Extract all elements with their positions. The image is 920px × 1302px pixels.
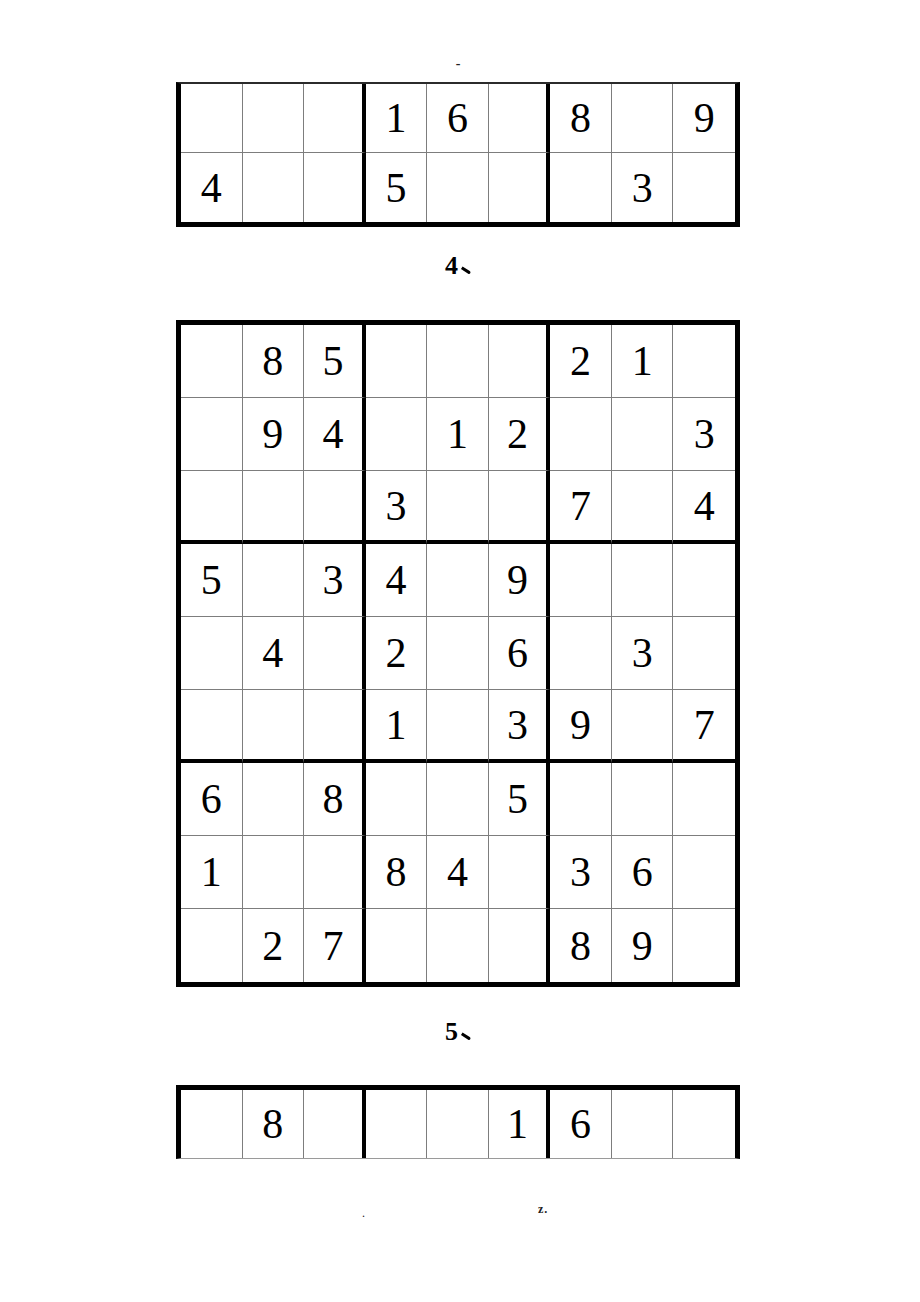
sudoku-cell-r1c8: 1 <box>612 325 674 398</box>
sudoku-cell-r8c1: 1 <box>181 836 243 909</box>
sudoku-cell-r2c7 <box>550 153 612 222</box>
sudoku-cell-r8c6 <box>489 836 551 909</box>
sudoku-cell-r1c5: 6 <box>427 84 489 153</box>
sudoku-cell-r6c9: 7 <box>673 690 735 763</box>
sudoku-cell-r3c6 <box>489 471 551 544</box>
sudoku-cell-r2c3 <box>304 153 366 222</box>
sudoku-grid-puzzle-3-fragment: 1689453 <box>176 82 740 227</box>
ideographic-comma-icon <box>460 262 471 274</box>
sudoku-cell-r7c7 <box>550 763 612 836</box>
sudoku-cell-r1c9: 9 <box>673 84 735 153</box>
sudoku-cell-r3c4: 3 <box>366 471 428 544</box>
sudoku-cell-r2c7 <box>550 398 612 471</box>
sudoku-cell-r2c4: 5 <box>366 153 428 222</box>
sudoku-cell-r7c8 <box>612 763 674 836</box>
puzzle-number-4: 4 <box>445 250 458 281</box>
sudoku-cell-r4c4: 4 <box>366 544 428 617</box>
ideographic-comma-icon <box>460 1028 471 1040</box>
sudoku-cell-r9c9 <box>673 909 735 982</box>
puzzle-label-5: 5 <box>176 1016 740 1047</box>
sudoku-cell-r1c3 <box>304 1090 366 1158</box>
footer-mark-z: z. <box>538 1202 548 1217</box>
sudoku-cell-r8c3 <box>304 836 366 909</box>
sudoku-cell-r4c7 <box>550 544 612 617</box>
cropped-label-mark: - <box>176 56 740 72</box>
puzzle-label-4: 4 <box>176 250 740 281</box>
sudoku-cell-r1c8 <box>612 1090 674 1158</box>
sudoku-cell-r5c7 <box>550 617 612 690</box>
sudoku-cell-r1c3 <box>304 84 366 153</box>
sudoku-cell-r7c1: 6 <box>181 763 243 836</box>
sudoku-cell-r9c8: 9 <box>612 909 674 982</box>
sudoku-cell-r2c5: 1 <box>427 398 489 471</box>
sudoku-cell-r2c5 <box>427 153 489 222</box>
sudoku-cell-r2c8: 3 <box>612 153 674 222</box>
sudoku-cell-r5c1 <box>181 617 243 690</box>
sudoku-cell-r8c2 <box>243 836 305 909</box>
sudoku-cell-r1c7: 2 <box>550 325 612 398</box>
sudoku-cell-r1c7: 6 <box>550 1090 612 1158</box>
sudoku-cell-r9c6 <box>489 909 551 982</box>
sudoku-cell-r2c6 <box>489 153 551 222</box>
sudoku-cell-r2c4 <box>366 398 428 471</box>
sudoku-cell-r6c3 <box>304 690 366 763</box>
sudoku-cell-r1c8 <box>612 84 674 153</box>
sudoku-cell-r7c3: 8 <box>304 763 366 836</box>
sudoku-grid-puzzle-5-fragment: 816 <box>176 1085 740 1159</box>
document-page: - 1689453 4 8521941233745349426313976851… <box>0 0 920 1302</box>
sudoku-cell-r3c5 <box>427 471 489 544</box>
puzzle-number-5: 5 <box>445 1016 458 1047</box>
sudoku-cell-r7c6: 5 <box>489 763 551 836</box>
sudoku-cell-r1c2: 8 <box>243 1090 305 1158</box>
sudoku-cell-r9c1 <box>181 909 243 982</box>
sudoku-cell-r3c2 <box>243 471 305 544</box>
sudoku-cell-r1c9 <box>673 1090 735 1158</box>
sudoku-cell-r6c8 <box>612 690 674 763</box>
sudoku-cell-r2c9 <box>673 153 735 222</box>
sudoku-cell-r4c6: 9 <box>489 544 551 617</box>
sudoku-cell-r8c5: 4 <box>427 836 489 909</box>
sudoku-cell-r8c9 <box>673 836 735 909</box>
sudoku-cell-r6c7: 9 <box>550 690 612 763</box>
sudoku-cell-r9c3: 7 <box>304 909 366 982</box>
sudoku-cell-r5c3 <box>304 617 366 690</box>
sudoku-cell-r2c2 <box>243 153 305 222</box>
sudoku-cell-r3c3 <box>304 471 366 544</box>
sudoku-cell-r5c9 <box>673 617 735 690</box>
sudoku-cell-r5c5 <box>427 617 489 690</box>
sudoku-cell-r1c6 <box>489 84 551 153</box>
sudoku-cell-r1c1 <box>181 325 243 398</box>
sudoku-cell-r1c4: 1 <box>366 84 428 153</box>
sudoku-cell-r1c1 <box>181 1090 243 1158</box>
sudoku-cell-r5c6: 6 <box>489 617 551 690</box>
sudoku-cell-r1c3: 5 <box>304 325 366 398</box>
sudoku-cell-r9c5 <box>427 909 489 982</box>
sudoku-cell-r1c2: 8 <box>243 325 305 398</box>
sudoku-cell-r1c9 <box>673 325 735 398</box>
sudoku-cell-r1c4 <box>366 325 428 398</box>
sudoku-cell-r8c7: 3 <box>550 836 612 909</box>
sudoku-cell-r4c8 <box>612 544 674 617</box>
sudoku-cell-r3c8 <box>612 471 674 544</box>
sudoku-cell-r9c7: 8 <box>550 909 612 982</box>
sudoku-cell-r7c5 <box>427 763 489 836</box>
sudoku-cell-r6c5 <box>427 690 489 763</box>
sudoku-cell-r6c1 <box>181 690 243 763</box>
sudoku-cell-r2c3: 4 <box>304 398 366 471</box>
sudoku-cell-r1c7: 8 <box>550 84 612 153</box>
sudoku-cell-r1c4 <box>366 1090 428 1158</box>
sudoku-cell-r4c1: 5 <box>181 544 243 617</box>
sudoku-cell-r8c8: 6 <box>612 836 674 909</box>
sudoku-cell-r1c1 <box>181 84 243 153</box>
sudoku-cell-r1c2 <box>243 84 305 153</box>
footer-mark-dot: . <box>362 1206 365 1221</box>
sudoku-cell-r4c3: 3 <box>304 544 366 617</box>
sudoku-cell-r9c4 <box>366 909 428 982</box>
sudoku-cell-r5c2: 4 <box>243 617 305 690</box>
sudoku-cell-r1c6 <box>489 325 551 398</box>
sudoku-cell-r4c9 <box>673 544 735 617</box>
sudoku-cell-r2c2: 9 <box>243 398 305 471</box>
sudoku-cell-r1c5 <box>427 325 489 398</box>
sudoku-cell-r2c1: 4 <box>181 153 243 222</box>
sudoku-cell-r4c2 <box>243 544 305 617</box>
sudoku-cell-r7c2 <box>243 763 305 836</box>
sudoku-cell-r6c4: 1 <box>366 690 428 763</box>
sudoku-cell-r2c1 <box>181 398 243 471</box>
sudoku-cell-r7c4 <box>366 763 428 836</box>
sudoku-cell-r8c4: 8 <box>366 836 428 909</box>
sudoku-cell-r3c9: 4 <box>673 471 735 544</box>
sudoku-cell-r4c5 <box>427 544 489 617</box>
sudoku-cell-r2c9: 3 <box>673 398 735 471</box>
sudoku-cell-r6c6: 3 <box>489 690 551 763</box>
sudoku-cell-r5c8: 3 <box>612 617 674 690</box>
sudoku-cell-r1c5 <box>427 1090 489 1158</box>
sudoku-cell-r9c2: 2 <box>243 909 305 982</box>
sudoku-cell-r3c7: 7 <box>550 471 612 544</box>
sudoku-cell-r7c9 <box>673 763 735 836</box>
sudoku-cell-r2c8 <box>612 398 674 471</box>
sudoku-cell-r3c1 <box>181 471 243 544</box>
sudoku-grid-puzzle-4: 852194123374534942631397685184362789 <box>176 320 740 987</box>
sudoku-cell-r1c6: 1 <box>489 1090 551 1158</box>
sudoku-cell-r6c2 <box>243 690 305 763</box>
sudoku-cell-r5c4: 2 <box>366 617 428 690</box>
sudoku-cell-r2c6: 2 <box>489 398 551 471</box>
